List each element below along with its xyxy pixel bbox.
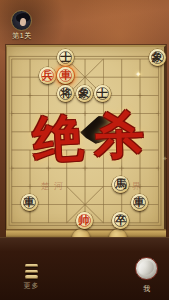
more-icon <box>25 264 38 267</box>
player-avatar[interactable] <box>135 257 158 280</box>
piece-black-馬[interactable]: 馬 <box>112 176 129 193</box>
bottom-bar: 更多 我 <box>0 237 169 300</box>
piece-glyph: 兵 <box>42 69 53 80</box>
piece-black-将[interactable]: 将 <box>57 85 74 102</box>
piece-glyph: 車 <box>134 197 145 208</box>
piece-glyph: 卒 <box>115 215 126 226</box>
piece-red-帅[interactable]: 帅 <box>76 212 93 229</box>
piece-glyph: 将 <box>60 87 71 98</box>
piece-red-車[interactable]: 車 <box>57 67 74 84</box>
more-icon <box>25 270 38 273</box>
more-label: 更多 <box>16 281 47 291</box>
piece-black-士[interactable]: 士 <box>57 49 74 66</box>
piece-glyph: 士 <box>60 51 71 62</box>
piece-glyph: 象 <box>152 51 163 62</box>
piece-red-兵[interactable]: 兵 <box>39 67 56 84</box>
piece-glyph: 馬 <box>115 178 126 189</box>
piece-black-車[interactable]: 車 <box>21 194 38 211</box>
me-label: 我 <box>136 284 157 294</box>
piece-glyph: 帅 <box>79 215 90 226</box>
level-label: 第1关 <box>3 31 41 41</box>
piece-glyph: 車 <box>24 197 35 208</box>
piece-glyph: 車 <box>60 69 71 80</box>
piece-black-車[interactable]: 車 <box>131 194 148 211</box>
piece-black-象[interactable]: 象 <box>149 49 166 66</box>
decor-star-icon: ✦ <box>162 155 168 163</box>
piece-glyph: 象 <box>79 87 90 98</box>
piece-glyph: 士 <box>97 87 108 98</box>
move-origin-sparkle-icon: ✦ <box>135 70 142 79</box>
piece-black-象[interactable]: 象 <box>76 85 93 102</box>
river-text-left: 楚河 <box>41 180 67 193</box>
more-button[interactable] <box>25 264 38 281</box>
more-icon <box>25 275 38 278</box>
opponent-avatar[interactable] <box>11 10 32 31</box>
piece-black-士[interactable]: 士 <box>94 85 111 102</box>
app-screen: 第1关 楚河 漢界 ✦ 士象兵車将象士馬車車帅卒 ✦ 绝 杀 更多 我 <box>0 0 169 300</box>
